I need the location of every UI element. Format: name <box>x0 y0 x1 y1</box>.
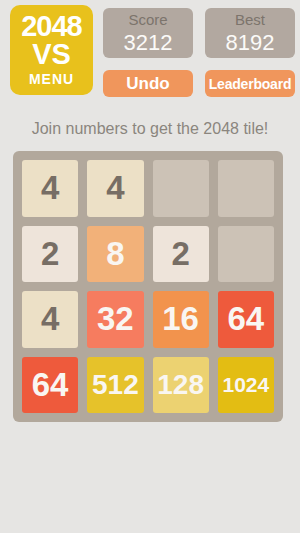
tile-1024-r4c4: 1024 <box>218 357 274 414</box>
tile-32-r3c2: 32 <box>87 291 143 348</box>
best-box: Best 8192 <box>205 8 295 58</box>
leaderboard-button[interactable]: Leaderboard <box>205 70 295 97</box>
undo-button[interactable]: Undo <box>103 70 193 97</box>
tile-128-r4c3: 128 <box>153 357 209 414</box>
menu-label: MENU <box>29 71 74 88</box>
tile-4-r3c1: 4 <box>22 291 78 348</box>
best-value: 8192 <box>226 30 275 55</box>
game-board[interactable]: 442824321664645121281024 <box>13 151 283 422</box>
logo-title: 2048 <box>21 13 82 40</box>
tile-2-r2c3: 2 <box>153 226 209 283</box>
empty-cell-r1c3 <box>153 160 209 217</box>
tile-8-r2c2: 8 <box>87 226 143 283</box>
tile-64-r3c4: 64 <box>218 291 274 348</box>
tile-4-r1c1: 4 <box>22 160 78 217</box>
logo-menu-button[interactable]: 2048 VS MENU <box>10 5 93 95</box>
instruction-text: Join numbers to get the 2048 tile! <box>0 120 300 138</box>
logo-vs-label: VS <box>32 40 71 68</box>
tile-4-r1c2: 4 <box>87 160 143 217</box>
tile-16-r3c3: 16 <box>153 291 209 348</box>
tile-2-r2c1: 2 <box>22 226 78 283</box>
empty-cell-r2c4 <box>218 226 274 283</box>
score-value: 3212 <box>124 30 173 55</box>
tile-512-r4c2: 512 <box>87 357 143 414</box>
best-label: Best <box>235 11 265 28</box>
score-box: Score 3212 <box>103 8 193 58</box>
tile-64-r4c1: 64 <box>22 357 78 414</box>
empty-cell-r1c4 <box>218 160 274 217</box>
score-label: Score <box>128 11 167 28</box>
